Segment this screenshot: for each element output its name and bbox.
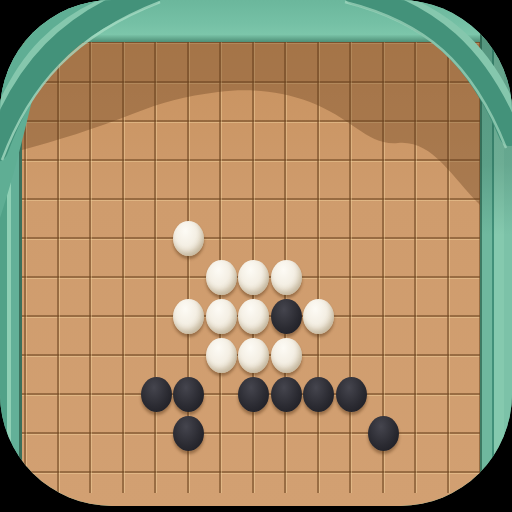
intersection-cell[interactable]	[107, 219, 140, 258]
intersection-cell[interactable]	[75, 414, 108, 453]
intersection-cell[interactable]	[400, 297, 433, 336]
intersection-cell[interactable]	[270, 141, 303, 180]
intersection-cell[interactable]	[75, 258, 108, 297]
intersection-cell[interactable]	[335, 258, 368, 297]
intersection-cell[interactable]	[302, 453, 335, 492]
screenshot-root: { "app": { "kind": "gomoku-app-icon", "d…	[0, 0, 512, 512]
intersection-cell[interactable]	[302, 63, 335, 102]
intersection-cell[interactable]	[335, 219, 368, 258]
intersection-cell[interactable]	[172, 453, 205, 492]
intersection-cell[interactable]	[335, 414, 368, 453]
intersection-cell[interactable]	[270, 219, 303, 258]
intersection-cell[interactable]	[172, 102, 205, 141]
intersection-cell[interactable]	[172, 258, 205, 297]
intersection-cell[interactable]	[400, 453, 433, 492]
intersection-cell[interactable]	[205, 375, 238, 414]
intersection-cell[interactable]	[400, 102, 433, 141]
intersection-cell[interactable]	[237, 141, 270, 180]
intersection-cell[interactable]	[237, 414, 270, 453]
intersection-cell[interactable]	[270, 375, 303, 414]
intersection-cell[interactable]	[107, 63, 140, 102]
intersection-cell[interactable]	[140, 180, 173, 219]
intersection-cell[interactable]	[237, 219, 270, 258]
intersection-cell[interactable]	[432, 336, 465, 375]
intersection-cell[interactable]	[205, 258, 238, 297]
board-grid-lines	[10, 23, 498, 492]
intersection-cell[interactable]	[172, 297, 205, 336]
intersection-cell[interactable]	[205, 141, 238, 180]
intersection-cell[interactable]	[42, 219, 75, 258]
intersection-cell[interactable]	[205, 336, 238, 375]
intersection-cell[interactable]	[367, 141, 400, 180]
intersection-cell[interactable]	[205, 297, 238, 336]
intersection-cell[interactable]	[140, 336, 173, 375]
intersection-cell[interactable]	[432, 180, 465, 219]
intersection-cell[interactable]	[367, 297, 400, 336]
intersection-cell[interactable]	[367, 414, 400, 453]
intersection-cell[interactable]	[237, 180, 270, 219]
intersection-cell[interactable]	[107, 336, 140, 375]
intersection-cell[interactable]	[335, 180, 368, 219]
intersection-cell[interactable]	[302, 219, 335, 258]
intersection-cell[interactable]	[42, 141, 75, 180]
intersection-cell[interactable]	[42, 297, 75, 336]
intersection-cell[interactable]	[400, 258, 433, 297]
intersection-cell[interactable]	[237, 297, 270, 336]
intersection-cell[interactable]	[42, 102, 75, 141]
intersection-cell[interactable]	[42, 414, 75, 453]
intersection-cell[interactable]	[432, 414, 465, 453]
intersection-cell[interactable]	[172, 414, 205, 453]
intersection-cell[interactable]	[400, 336, 433, 375]
intersection-cell[interactable]	[270, 102, 303, 141]
intersection-cell[interactable]	[140, 102, 173, 141]
frame-left-strip	[0, 0, 22, 506]
intersection-cell[interactable]	[335, 63, 368, 102]
intersection-cell[interactable]	[42, 336, 75, 375]
intersection-cell[interactable]	[367, 180, 400, 219]
intersection-cell[interactable]	[367, 375, 400, 414]
intersection-cell[interactable]	[400, 219, 433, 258]
intersection-cell[interactable]	[400, 414, 433, 453]
intersection-cell[interactable]	[335, 297, 368, 336]
intersection-cell[interactable]	[107, 414, 140, 453]
intersection-cell[interactable]	[367, 102, 400, 141]
intersection-cell[interactable]	[107, 297, 140, 336]
intersection-cell[interactable]	[335, 102, 368, 141]
intersection-cell[interactable]	[432, 297, 465, 336]
intersection-cell[interactable]	[140, 297, 173, 336]
intersection-cell[interactable]	[302, 336, 335, 375]
intersection-cell[interactable]	[42, 180, 75, 219]
intersection-cell[interactable]	[140, 258, 173, 297]
intersection-cell[interactable]	[432, 453, 465, 492]
frame-top-band	[0, 0, 512, 42]
intersection-cell[interactable]	[400, 141, 433, 180]
intersection-cell[interactable]	[75, 180, 108, 219]
intersection-cell[interactable]	[237, 453, 270, 492]
intersection-cell[interactable]	[172, 63, 205, 102]
intersection-cell[interactable]	[367, 63, 400, 102]
intersection-cell[interactable]	[10, 453, 43, 492]
intersection-cell[interactable]	[107, 453, 140, 492]
intersection-cell[interactable]	[335, 453, 368, 492]
intersection-cell[interactable]	[367, 258, 400, 297]
intersection-cell[interactable]	[237, 102, 270, 141]
intersection-cell[interactable]	[367, 453, 400, 492]
intersection-cell[interactable]	[75, 219, 108, 258]
intersection-cell[interactable]	[75, 63, 108, 102]
intersection-cell[interactable]	[172, 375, 205, 414]
intersection-cell[interactable]	[75, 102, 108, 141]
intersection-cell[interactable]	[302, 102, 335, 141]
intersection-cell[interactable]	[270, 258, 303, 297]
intersection-cell[interactable]	[400, 63, 433, 102]
intersection-cell[interactable]	[172, 141, 205, 180]
intersection-cell[interactable]	[42, 453, 75, 492]
intersection-cell[interactable]	[335, 141, 368, 180]
gomoku-app-icon[interactable]	[0, 0, 512, 506]
intersection-cell[interactable]	[237, 375, 270, 414]
intersection-cell[interactable]	[140, 414, 173, 453]
intersection-cell[interactable]	[172, 336, 205, 375]
intersection-cell[interactable]	[205, 414, 238, 453]
intersection-cell[interactable]	[237, 258, 270, 297]
intersection-cell[interactable]	[107, 102, 140, 141]
intersection-cell[interactable]	[140, 453, 173, 492]
intersection-cell[interactable]	[75, 375, 108, 414]
intersection-cell[interactable]	[432, 141, 465, 180]
intersection-cell[interactable]	[75, 453, 108, 492]
intersection-cell[interactable]	[302, 141, 335, 180]
intersection-cell[interactable]	[400, 375, 433, 414]
intersection-cell[interactable]	[432, 102, 465, 141]
intersection-cell[interactable]	[75, 297, 108, 336]
intersection-cell[interactable]	[367, 336, 400, 375]
intersection-cell[interactable]	[140, 219, 173, 258]
intersection-cell[interactable]	[270, 180, 303, 219]
intersection-cell[interactable]	[205, 453, 238, 492]
intersection-cell[interactable]	[42, 258, 75, 297]
intersection-cell[interactable]	[140, 375, 173, 414]
intersection-cell[interactable]	[107, 258, 140, 297]
intersection-cell[interactable]	[432, 63, 465, 102]
intersection-cell[interactable]	[107, 180, 140, 219]
intersection-cell[interactable]	[302, 414, 335, 453]
intersection-cell[interactable]	[302, 180, 335, 219]
intersection-cell[interactable]	[270, 453, 303, 492]
intersection-cell[interactable]	[237, 336, 270, 375]
intersection-cell[interactable]	[335, 375, 368, 414]
intersection-cell[interactable]	[400, 180, 433, 219]
intersection-cell[interactable]	[172, 180, 205, 219]
intersection-cell[interactable]	[42, 63, 75, 102]
intersection-cell[interactable]	[172, 219, 205, 258]
intersection-cell[interactable]	[270, 414, 303, 453]
intersection-cell[interactable]	[205, 219, 238, 258]
frame-right-shade	[480, 0, 512, 235]
intersection-cell[interactable]	[432, 258, 465, 297]
intersection-cell[interactable]	[107, 375, 140, 414]
frame-right-strip	[480, 0, 512, 506]
intersection-cell[interactable]	[432, 219, 465, 258]
intersection-cell[interactable]	[205, 63, 238, 102]
intersection-cell[interactable]	[205, 102, 238, 141]
intersection-cell[interactable]	[237, 63, 270, 102]
intersection-cell[interactable]	[42, 375, 75, 414]
intersection-cell[interactable]	[270, 297, 303, 336]
intersection-cell[interactable]	[75, 336, 108, 375]
intersection-cell[interactable]	[302, 375, 335, 414]
intersection-cell[interactable]	[432, 375, 465, 414]
intersection-cell[interactable]	[140, 141, 173, 180]
intersection-cell[interactable]	[75, 141, 108, 180]
intersection-cell[interactable]	[107, 141, 140, 180]
intersection-cell[interactable]	[367, 219, 400, 258]
intersection-cell[interactable]	[270, 63, 303, 102]
intersection-cell[interactable]	[270, 336, 303, 375]
intersection-cell[interactable]	[140, 63, 173, 102]
intersection-cell[interactable]	[302, 258, 335, 297]
intersection-cell[interactable]	[335, 336, 368, 375]
intersection-cell[interactable]	[205, 180, 238, 219]
intersection-cell[interactable]	[302, 297, 335, 336]
